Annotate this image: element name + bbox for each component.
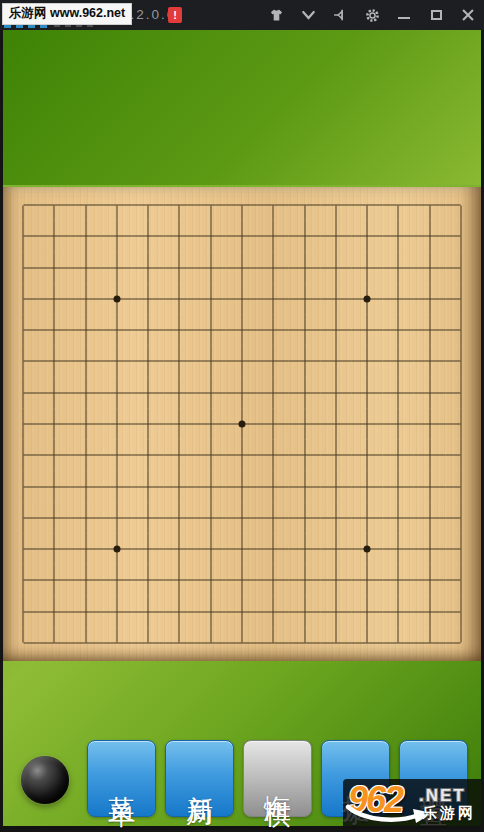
board-intersection[interactable] xyxy=(289,596,320,627)
close-button[interactable] xyxy=(458,0,478,30)
titlebar: 乐游网 www.962.net 器 6.2.0.6 ! xyxy=(0,0,484,30)
board-intersection[interactable] xyxy=(39,471,70,502)
board-intersection[interactable] xyxy=(195,346,226,377)
board-intersection[interactable] xyxy=(133,408,164,439)
board-intersection[interactable] xyxy=(383,502,414,533)
chevron-down-icon[interactable] xyxy=(298,0,318,30)
board-intersection[interactable] xyxy=(133,315,164,346)
board-intersection[interactable] xyxy=(39,283,70,314)
board-intersection[interactable] xyxy=(101,502,132,533)
board-intersection[interactable] xyxy=(258,440,289,471)
board-intersection[interactable] xyxy=(101,408,132,439)
board-intersection[interactable] xyxy=(164,377,195,408)
board-intersection[interactable] xyxy=(8,221,39,252)
board-intersection[interactable] xyxy=(101,471,132,502)
board-intersection[interactable] xyxy=(133,346,164,377)
board-intersection[interactable] xyxy=(445,440,476,471)
board-grid[interactable] xyxy=(8,190,477,659)
board-intersection[interactable] xyxy=(70,533,101,564)
board-intersection[interactable] xyxy=(39,440,70,471)
board-intersection[interactable] xyxy=(101,377,132,408)
board-intersection[interactable] xyxy=(414,408,445,439)
board-intersection[interactable] xyxy=(195,627,226,658)
board-intersection[interactable] xyxy=(414,283,445,314)
board-intersection[interactable] xyxy=(320,346,351,377)
board-intersection[interactable] xyxy=(70,502,101,533)
board-intersection[interactable] xyxy=(414,565,445,596)
board-intersection[interactable] xyxy=(164,346,195,377)
board-intersection[interactable] xyxy=(8,377,39,408)
board-intersection[interactable] xyxy=(258,596,289,627)
board-intersection[interactable] xyxy=(320,502,351,533)
board-intersection[interactable] xyxy=(445,377,476,408)
board-intersection[interactable] xyxy=(351,596,382,627)
board-intersection[interactable] xyxy=(289,315,320,346)
board-intersection[interactable] xyxy=(164,596,195,627)
board-intersection[interactable] xyxy=(70,565,101,596)
board-intersection[interactable] xyxy=(164,502,195,533)
board-intersection[interactable] xyxy=(164,221,195,252)
board-intersection[interactable] xyxy=(133,533,164,564)
board-intersection[interactable] xyxy=(289,252,320,283)
star-point xyxy=(113,546,120,553)
board-intersection[interactable] xyxy=(195,221,226,252)
board-intersection[interactable] xyxy=(39,252,70,283)
board-intersection[interactable] xyxy=(101,190,132,221)
board-intersection[interactable] xyxy=(289,440,320,471)
board-intersection[interactable] xyxy=(39,627,70,658)
board-intersection[interactable] xyxy=(320,252,351,283)
board-intersection[interactable] xyxy=(445,408,476,439)
board-intersection[interactable] xyxy=(101,627,132,658)
board-intersection[interactable] xyxy=(133,377,164,408)
board-intersection[interactable] xyxy=(70,283,101,314)
board-intersection[interactable] xyxy=(226,440,257,471)
board-intersection[interactable] xyxy=(445,596,476,627)
board-intersection[interactable] xyxy=(133,565,164,596)
board-intersection[interactable] xyxy=(164,315,195,346)
watermark-badge-bottom-right: 962 .NET 乐游网 xyxy=(343,779,481,826)
board-intersection[interactable] xyxy=(70,252,101,283)
board-intersection[interactable] xyxy=(414,596,445,627)
board-intersection[interactable] xyxy=(289,502,320,533)
board-intersection[interactable] xyxy=(445,471,476,502)
board-intersection[interactable] xyxy=(320,471,351,502)
board-intersection[interactable] xyxy=(39,221,70,252)
board-intersection[interactable] xyxy=(289,565,320,596)
board-intersection[interactable] xyxy=(383,533,414,564)
board-intersection[interactable] xyxy=(383,315,414,346)
board-intersection[interactable] xyxy=(383,377,414,408)
board-intersection[interactable] xyxy=(320,221,351,252)
board-intersection[interactable] xyxy=(226,315,257,346)
board-intersection[interactable] xyxy=(226,377,257,408)
board-intersection[interactable] xyxy=(351,408,382,439)
board-intersection[interactable] xyxy=(8,346,39,377)
board-intersection[interactable] xyxy=(226,502,257,533)
board-intersection[interactable] xyxy=(258,408,289,439)
board-intersection[interactable] xyxy=(320,190,351,221)
board-intersection[interactable] xyxy=(8,565,39,596)
board-intersection[interactable] xyxy=(258,565,289,596)
board-intersection[interactable] xyxy=(195,408,226,439)
board-intersection[interactable] xyxy=(351,190,382,221)
board-intersection[interactable] xyxy=(70,346,101,377)
board-intersection[interactable] xyxy=(8,627,39,658)
board-intersection[interactable] xyxy=(39,408,70,439)
board-intersection[interactable] xyxy=(133,190,164,221)
board-intersection[interactable] xyxy=(226,221,257,252)
board-intersection[interactable] xyxy=(445,565,476,596)
emulator-window: 乐游网 www.962.net 器 6.2.0.6 ! xyxy=(0,0,484,832)
board-intersection[interactable] xyxy=(445,533,476,564)
board-intersection[interactable] xyxy=(133,252,164,283)
board-intersection[interactable] xyxy=(8,315,39,346)
board-intersection[interactable] xyxy=(8,471,39,502)
board-intersection[interactable] xyxy=(195,283,226,314)
board-intersection[interactable] xyxy=(195,440,226,471)
board-intersection[interactable] xyxy=(101,283,132,314)
menu-button[interactable]: 菜单 xyxy=(87,740,156,817)
board-intersection[interactable] xyxy=(414,315,445,346)
menu-button-label: 菜单 xyxy=(104,774,140,784)
board-intersection[interactable] xyxy=(226,408,257,439)
board-intersection[interactable] xyxy=(258,283,289,314)
board-intersection[interactable] xyxy=(39,565,70,596)
board-intersection[interactable] xyxy=(320,315,351,346)
board-intersection[interactable] xyxy=(8,440,39,471)
board-intersection[interactable] xyxy=(351,346,382,377)
board-intersection[interactable] xyxy=(164,565,195,596)
board-intersection[interactable] xyxy=(195,565,226,596)
board-intersection[interactable] xyxy=(383,440,414,471)
board-intersection[interactable] xyxy=(8,252,39,283)
board-intersection[interactable] xyxy=(351,252,382,283)
board-intersection[interactable] xyxy=(164,190,195,221)
board-intersection[interactable] xyxy=(258,346,289,377)
star-point xyxy=(113,295,120,302)
board-intersection[interactable] xyxy=(289,346,320,377)
board-intersection[interactable] xyxy=(383,471,414,502)
board-intersection[interactable] xyxy=(195,252,226,283)
board-intersection[interactable] xyxy=(414,221,445,252)
board-intersection[interactable] xyxy=(351,502,382,533)
board-intersection[interactable] xyxy=(101,596,132,627)
board-intersection[interactable] xyxy=(195,533,226,564)
board-intersection[interactable] xyxy=(164,533,195,564)
board-intersection[interactable] xyxy=(39,315,70,346)
board-intersection[interactable] xyxy=(133,596,164,627)
board-intersection[interactable] xyxy=(8,190,39,221)
board-intersection[interactable] xyxy=(383,346,414,377)
board-intersection[interactable] xyxy=(226,596,257,627)
board-intersection[interactable] xyxy=(383,596,414,627)
board-intersection[interactable] xyxy=(195,377,226,408)
board-intersection[interactable] xyxy=(351,565,382,596)
board-intersection[interactable] xyxy=(289,377,320,408)
board-intersection[interactable] xyxy=(445,252,476,283)
board-intersection[interactable] xyxy=(195,596,226,627)
board-intersection[interactable] xyxy=(351,221,382,252)
board-intersection[interactable] xyxy=(258,627,289,658)
board-intersection[interactable] xyxy=(164,627,195,658)
board-intersection[interactable] xyxy=(133,471,164,502)
new-game-button[interactable]: 新局 xyxy=(165,740,234,817)
board-intersection[interactable] xyxy=(351,471,382,502)
new-game-button-label: 新局 xyxy=(182,774,218,784)
board-intersection[interactable] xyxy=(39,596,70,627)
game-background: 菜单 新局 悔棋 提示 设置 962 .NET 乐游网 xyxy=(3,30,481,829)
board-intersection[interactable] xyxy=(226,471,257,502)
board-intersection[interactable] xyxy=(383,252,414,283)
board-intersection[interactable] xyxy=(351,377,382,408)
board-intersection[interactable] xyxy=(414,533,445,564)
board-intersection[interactable] xyxy=(70,627,101,658)
board-intersection[interactable] xyxy=(101,315,132,346)
turn-indicator-black-stone xyxy=(21,756,69,804)
star-point xyxy=(238,420,245,427)
board-intersection[interactable] xyxy=(351,440,382,471)
board-intersection[interactable] xyxy=(70,190,101,221)
board-intersection[interactable] xyxy=(445,346,476,377)
board-intersection[interactable] xyxy=(445,221,476,252)
star-point xyxy=(364,295,371,302)
board-intersection[interactable] xyxy=(39,533,70,564)
board-intersection[interactable] xyxy=(226,346,257,377)
board-intersection[interactable] xyxy=(445,190,476,221)
board-intersection[interactable] xyxy=(39,190,70,221)
board-intersection[interactable] xyxy=(101,221,132,252)
board-intersection[interactable] xyxy=(289,283,320,314)
board-intersection[interactable] xyxy=(8,283,39,314)
board-intersection[interactable] xyxy=(39,346,70,377)
board-intersection[interactable] xyxy=(320,377,351,408)
board-intersection[interactable] xyxy=(101,346,132,377)
board-intersection[interactable] xyxy=(320,596,351,627)
board-intersection[interactable] xyxy=(414,440,445,471)
board-intersection[interactable] xyxy=(8,502,39,533)
board-intersection[interactable] xyxy=(101,440,132,471)
board-intersection[interactable] xyxy=(320,440,351,471)
undo-button[interactable]: 悔棋 xyxy=(243,740,312,817)
board-intersection[interactable] xyxy=(258,252,289,283)
gear-icon[interactable] xyxy=(362,0,382,30)
minimize-button[interactable] xyxy=(394,0,414,30)
board-intersection[interactable] xyxy=(226,565,257,596)
undo-button-label: 悔棋 xyxy=(260,774,296,784)
board-intersection[interactable] xyxy=(164,408,195,439)
board-intersection[interactable] xyxy=(101,533,132,564)
board-intersection[interactable] xyxy=(320,408,351,439)
board-intersection[interactable] xyxy=(289,627,320,658)
board-intersection[interactable] xyxy=(133,502,164,533)
board-intersection[interactable] xyxy=(383,408,414,439)
board-intersection[interactable] xyxy=(414,190,445,221)
board-intersection[interactable] xyxy=(133,221,164,252)
pin-icon[interactable] xyxy=(330,0,350,30)
board-intersection[interactable] xyxy=(258,221,289,252)
board-intersection[interactable] xyxy=(8,408,39,439)
board-intersection[interactable] xyxy=(351,627,382,658)
board-intersection[interactable] xyxy=(351,533,382,564)
board-intersection[interactable] xyxy=(289,471,320,502)
board-intersection[interactable] xyxy=(383,627,414,658)
board-intersection[interactable] xyxy=(70,221,101,252)
board-intersection[interactable] xyxy=(226,252,257,283)
board-intersection[interactable] xyxy=(195,471,226,502)
board-intersection[interactable] xyxy=(70,408,101,439)
board-intersection[interactable] xyxy=(70,440,101,471)
board-intersection[interactable] xyxy=(289,221,320,252)
board-intersection[interactable] xyxy=(70,315,101,346)
board-intersection[interactable] xyxy=(320,283,351,314)
board-intersection[interactable] xyxy=(289,190,320,221)
board-intersection[interactable] xyxy=(164,440,195,471)
board-intersection[interactable] xyxy=(226,190,257,221)
board-intersection[interactable] xyxy=(414,252,445,283)
board-intersection[interactable] xyxy=(70,596,101,627)
board-intersection[interactable] xyxy=(414,627,445,658)
board-intersection[interactable] xyxy=(320,627,351,658)
board-intersection[interactable] xyxy=(351,283,382,314)
board-intersection[interactable] xyxy=(226,627,257,658)
board-intersection[interactable] xyxy=(414,471,445,502)
goban-board[interactable] xyxy=(3,185,481,661)
board-intersection[interactable] xyxy=(351,315,382,346)
board-intersection[interactable] xyxy=(383,565,414,596)
board-intersection[interactable] xyxy=(133,627,164,658)
board-intersection[interactable] xyxy=(258,315,289,346)
board-intersection[interactable] xyxy=(70,377,101,408)
board-intersection[interactable] xyxy=(133,283,164,314)
board-intersection[interactable] xyxy=(8,533,39,564)
board-intersection[interactable] xyxy=(289,408,320,439)
board-intersection[interactable] xyxy=(8,596,39,627)
board-intersection[interactable] xyxy=(258,377,289,408)
board-intersection[interactable] xyxy=(258,502,289,533)
board-intersection[interactable] xyxy=(133,440,164,471)
board-intersection[interactable] xyxy=(70,471,101,502)
board-intersection[interactable] xyxy=(164,471,195,502)
board-intersection[interactable] xyxy=(445,315,476,346)
board-intersection[interactable] xyxy=(414,502,445,533)
board-intersection[interactable] xyxy=(383,190,414,221)
watermark-chip-top-left: 乐游网 www.962.net xyxy=(2,3,132,25)
board-intersection[interactable] xyxy=(164,252,195,283)
board-intersection[interactable] xyxy=(101,565,132,596)
board-intersection[interactable] xyxy=(258,533,289,564)
skin-shirt-icon[interactable] xyxy=(266,0,286,30)
board-intersection[interactable] xyxy=(101,252,132,283)
board-intersection[interactable] xyxy=(445,283,476,314)
watermark-site-name: 乐游网 xyxy=(422,804,476,823)
board-intersection[interactable] xyxy=(226,283,257,314)
maximize-button[interactable] xyxy=(426,0,446,30)
board-intersection[interactable] xyxy=(383,283,414,314)
board-intersection[interactable] xyxy=(445,627,476,658)
star-point xyxy=(364,546,371,553)
board-intersection[interactable] xyxy=(195,502,226,533)
board-intersection[interactable] xyxy=(226,533,257,564)
board-intersection[interactable] xyxy=(289,533,320,564)
board-intersection[interactable] xyxy=(164,283,195,314)
board-intersection[interactable] xyxy=(320,565,351,596)
board-intersection[interactable] xyxy=(383,221,414,252)
board-intersection[interactable] xyxy=(414,346,445,377)
board-intersection[interactable] xyxy=(195,315,226,346)
board-intersection[interactable] xyxy=(258,190,289,221)
board-intersection[interactable] xyxy=(445,502,476,533)
alert-badge[interactable]: ! xyxy=(168,7,182,23)
board-intersection[interactable] xyxy=(320,533,351,564)
board-intersection[interactable] xyxy=(414,377,445,408)
board-intersection[interactable] xyxy=(195,190,226,221)
board-intersection[interactable] xyxy=(39,377,70,408)
board-intersection[interactable] xyxy=(258,471,289,502)
board-intersection[interactable] xyxy=(39,502,70,533)
